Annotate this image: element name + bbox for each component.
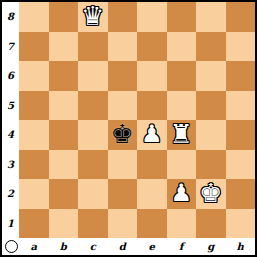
square-h5[interactable] [226, 91, 256, 121]
square-b2[interactable] [49, 179, 79, 209]
square-d2[interactable] [108, 179, 138, 209]
square-a4[interactable] [19, 120, 49, 150]
square-d8[interactable] [108, 2, 138, 32]
file-labels: abcdefgh [19, 238, 255, 255]
square-f6[interactable] [167, 61, 197, 91]
file-label-c: c [78, 238, 108, 255]
square-g1[interactable] [196, 209, 226, 239]
square-e6[interactable] [137, 61, 167, 91]
white-rook-icon[interactable]: ♜ [170, 121, 193, 147]
square-b3[interactable] [49, 150, 79, 180]
square-f1[interactable] [167, 209, 197, 239]
white-queen-icon[interactable]: ♛ [81, 3, 104, 29]
square-b4[interactable] [49, 120, 79, 150]
rank-label-6: 6 [2, 61, 19, 91]
square-e3[interactable] [137, 150, 167, 180]
file-label-g: g [196, 238, 226, 255]
square-d4[interactable]: ♚ [108, 120, 138, 150]
square-g5[interactable] [196, 91, 226, 121]
square-h6[interactable] [226, 61, 256, 91]
square-e2[interactable] [137, 179, 167, 209]
square-f5[interactable] [167, 91, 197, 121]
square-g7[interactable] [196, 32, 226, 62]
rank-label-3: 3 [2, 150, 19, 180]
file-label-d: d [108, 238, 138, 255]
white-pawn-icon[interactable]: ♟ [170, 181, 192, 205]
square-e1[interactable] [137, 209, 167, 239]
square-a1[interactable] [19, 209, 49, 239]
rank-label-1: 1 [2, 209, 19, 239]
square-e8[interactable] [137, 2, 167, 32]
square-e7[interactable] [137, 32, 167, 62]
square-f8[interactable] [167, 2, 197, 32]
rank-label-7: 7 [2, 32, 19, 62]
square-f4[interactable]: ♜ [167, 120, 197, 150]
square-a2[interactable] [19, 179, 49, 209]
rank-label-8: 8 [2, 2, 19, 32]
square-c5[interactable] [78, 91, 108, 121]
square-d6[interactable] [108, 61, 138, 91]
chess-diagram: 87654321 ♛♚♟♜♟♚ abcdefgh [0, 0, 257, 257]
rank-label-5: 5 [2, 91, 19, 121]
white-pawn-icon[interactable]: ♟ [141, 122, 163, 146]
rank-labels: 87654321 [2, 2, 19, 238]
square-c8[interactable]: ♛ [78, 2, 108, 32]
square-c6[interactable] [78, 61, 108, 91]
square-h2[interactable] [226, 179, 256, 209]
rank-label-2: 2 [2, 179, 19, 209]
square-a6[interactable] [19, 61, 49, 91]
white-to-move-indicator [5, 240, 18, 253]
square-h8[interactable] [226, 2, 256, 32]
square-d7[interactable] [108, 32, 138, 62]
square-g2[interactable]: ♚ [196, 179, 226, 209]
file-label-e: e [137, 238, 167, 255]
square-c1[interactable] [78, 209, 108, 239]
square-g4[interactable] [196, 120, 226, 150]
square-c3[interactable] [78, 150, 108, 180]
file-label-h: h [226, 238, 256, 255]
square-f3[interactable] [167, 150, 197, 180]
square-a7[interactable] [19, 32, 49, 62]
file-label-f: f [167, 238, 197, 255]
square-c7[interactable] [78, 32, 108, 62]
square-a3[interactable] [19, 150, 49, 180]
file-label-a: a [19, 238, 49, 255]
square-c4[interactable] [78, 120, 108, 150]
square-b6[interactable] [49, 61, 79, 91]
board-grid: ♛♚♟♜♟♚ [19, 2, 255, 238]
white-king-icon[interactable]: ♚ [199, 180, 222, 206]
file-label-b: b [49, 238, 79, 255]
square-f7[interactable] [167, 32, 197, 62]
square-h4[interactable] [226, 120, 256, 150]
diagram-margin: 87654321 ♛♚♟♜♟♚ abcdefgh [2, 2, 255, 255]
square-g6[interactable] [196, 61, 226, 91]
square-c2[interactable] [78, 179, 108, 209]
square-a8[interactable] [19, 2, 49, 32]
square-d3[interactable] [108, 150, 138, 180]
square-a5[interactable] [19, 91, 49, 121]
black-king-icon[interactable]: ♚ [111, 121, 134, 147]
square-b7[interactable] [49, 32, 79, 62]
square-b8[interactable] [49, 2, 79, 32]
square-h1[interactable] [226, 209, 256, 239]
square-d5[interactable] [108, 91, 138, 121]
square-f2[interactable]: ♟ [167, 179, 197, 209]
square-d1[interactable] [108, 209, 138, 239]
square-g3[interactable] [196, 150, 226, 180]
rank-label-4: 4 [2, 120, 19, 150]
square-b5[interactable] [49, 91, 79, 121]
square-h7[interactable] [226, 32, 256, 62]
square-e5[interactable] [137, 91, 167, 121]
square-g8[interactable] [196, 2, 226, 32]
square-b1[interactable] [49, 209, 79, 239]
square-e4[interactable]: ♟ [137, 120, 167, 150]
square-h3[interactable] [226, 150, 256, 180]
